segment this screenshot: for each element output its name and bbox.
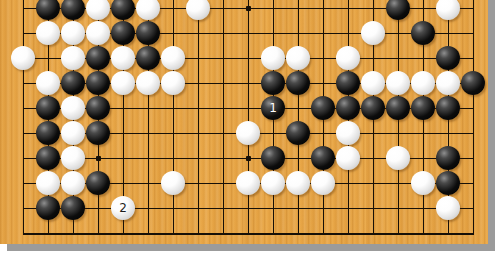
stone-black bbox=[86, 171, 110, 195]
stone-black bbox=[61, 71, 85, 95]
star-point bbox=[246, 156, 251, 161]
stone-black bbox=[86, 96, 110, 120]
stone-white bbox=[186, 0, 210, 20]
stone-white bbox=[86, 21, 110, 45]
stone-black bbox=[411, 21, 435, 45]
grid-line-vertical bbox=[473, 0, 474, 235]
board-shadow-right bbox=[488, 0, 495, 251]
stone-black bbox=[386, 96, 410, 120]
stone-white bbox=[61, 171, 85, 195]
stone-white bbox=[361, 71, 385, 95]
stone-white bbox=[261, 171, 285, 195]
move-number-label: 2 bbox=[119, 202, 127, 214]
stone-black bbox=[111, 0, 135, 20]
grid-line-vertical bbox=[173, 0, 174, 235]
grid-line-horizontal bbox=[23, 233, 474, 235]
stone-black bbox=[136, 21, 160, 45]
stone-black bbox=[86, 71, 110, 95]
grid-line-vertical bbox=[198, 0, 199, 235]
stone-black bbox=[311, 96, 335, 120]
stone-white bbox=[336, 46, 360, 70]
stone-white bbox=[411, 71, 435, 95]
stone-black bbox=[136, 46, 160, 70]
stone-black bbox=[286, 121, 310, 145]
stone-white bbox=[61, 96, 85, 120]
star-point bbox=[246, 6, 251, 11]
stone-white bbox=[161, 46, 185, 70]
stone-white bbox=[61, 21, 85, 45]
stone-black bbox=[36, 121, 60, 145]
stone-white bbox=[336, 121, 360, 145]
stone-black bbox=[261, 146, 285, 170]
stone-white bbox=[36, 71, 60, 95]
stone-black bbox=[436, 96, 460, 120]
stone-white bbox=[436, 196, 460, 220]
stone-black bbox=[311, 146, 335, 170]
stone-white bbox=[161, 71, 185, 95]
stone-black bbox=[436, 146, 460, 170]
stone-white bbox=[386, 71, 410, 95]
stone-white bbox=[111, 46, 135, 70]
grid-line-vertical bbox=[298, 0, 299, 235]
stone-black bbox=[36, 96, 60, 120]
stone-white bbox=[236, 121, 260, 145]
stone-white bbox=[361, 21, 385, 45]
stone-black bbox=[61, 0, 85, 20]
stone-white bbox=[61, 146, 85, 170]
stone-white bbox=[111, 71, 135, 95]
stone-black bbox=[336, 96, 360, 120]
grid-line-vertical bbox=[23, 0, 24, 235]
stone-white bbox=[161, 171, 185, 195]
stone-white-move-2: 2 bbox=[111, 196, 135, 220]
stone-black bbox=[261, 71, 285, 95]
stone-white bbox=[36, 171, 60, 195]
stone-white bbox=[61, 121, 85, 145]
stone-white bbox=[411, 171, 435, 195]
stone-black bbox=[86, 46, 110, 70]
grid-line-vertical bbox=[248, 0, 249, 235]
star-point bbox=[96, 156, 101, 161]
go-diagram: 12 bbox=[0, 0, 500, 260]
board-shadow-bottom bbox=[7, 244, 495, 251]
stone-black-move-1: 1 bbox=[261, 96, 285, 120]
stone-black bbox=[411, 96, 435, 120]
stone-white bbox=[311, 171, 335, 195]
move-number-label: 1 bbox=[269, 102, 277, 114]
stone-white bbox=[61, 46, 85, 70]
stone-white bbox=[436, 71, 460, 95]
stone-white bbox=[336, 146, 360, 170]
stone-black bbox=[386, 0, 410, 20]
stone-white bbox=[286, 46, 310, 70]
stone-white bbox=[236, 171, 260, 195]
stone-black bbox=[286, 71, 310, 95]
stone-black bbox=[461, 71, 485, 95]
stone-black bbox=[36, 0, 60, 20]
go-board[interactable]: 12 bbox=[0, 0, 488, 244]
stone-white bbox=[386, 146, 410, 170]
grid-line-horizontal bbox=[23, 208, 474, 209]
stone-black bbox=[436, 171, 460, 195]
stone-black bbox=[361, 96, 385, 120]
stone-white bbox=[136, 0, 160, 20]
stone-white bbox=[436, 0, 460, 20]
stone-black bbox=[36, 196, 60, 220]
stone-white bbox=[286, 171, 310, 195]
stone-white bbox=[36, 21, 60, 45]
stone-white bbox=[261, 46, 285, 70]
stone-black bbox=[61, 196, 85, 220]
stone-black bbox=[36, 146, 60, 170]
stone-white bbox=[86, 0, 110, 20]
stone-black bbox=[336, 71, 360, 95]
stone-black bbox=[111, 21, 135, 45]
stone-white bbox=[136, 71, 160, 95]
stone-white bbox=[11, 46, 35, 70]
stone-black bbox=[86, 121, 110, 145]
grid-line-vertical bbox=[223, 0, 224, 235]
stone-black bbox=[436, 46, 460, 70]
